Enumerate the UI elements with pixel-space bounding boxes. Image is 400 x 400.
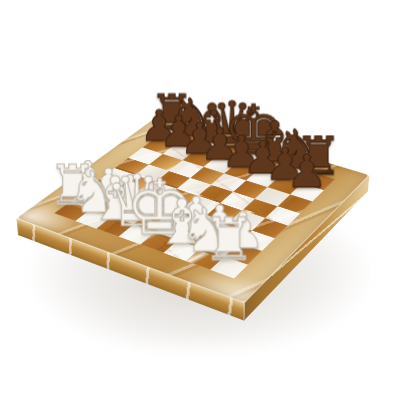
product-photo: ♜♞♝♛♚♝♞♜♟♟♟♟♟♟♟♟♟♟♟♟♟♟♟♟♜♞♝♛♚♝♞♜ [0,0,400,400]
piece-brown-pawn[interactable]: ♟ [286,148,327,194]
piece-white-rook[interactable]: ♜ [203,211,256,270]
